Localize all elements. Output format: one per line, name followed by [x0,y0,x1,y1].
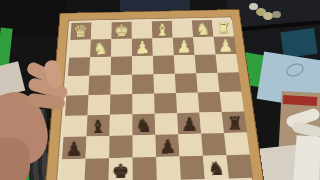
square-f7[interactable] [178,134,203,157]
board-margin: ♛♚♝♞♜♞♟♟♟♝♞♟♜♟♟♚♞ [56,17,254,180]
red-book [283,95,317,106]
square-h2[interactable]: ♟ [214,36,237,54]
square-h5[interactable] [220,91,244,112]
square-f4[interactable] [175,73,198,93]
black-pawn-piece[interactable]: ♟ [178,111,201,134]
square-g4[interactable] [196,73,219,93]
square-a1[interactable]: ♛ [70,23,91,40]
square-h4[interactable] [217,72,241,92]
square-a3[interactable] [68,57,90,76]
square-f5[interactable] [176,92,199,113]
black-knight-piece[interactable]: ♞ [204,154,228,179]
square-h8[interactable] [226,155,252,179]
square-a5[interactable] [65,95,88,116]
square-b6[interactable]: ♝ [87,115,110,137]
square-g7[interactable] [201,133,226,156]
square-e3[interactable] [153,55,175,74]
square-f6[interactable]: ♟ [177,113,201,135]
square-d5[interactable] [132,94,155,115]
board-frame: ♛♚♝♞♜♞♟♟♟♝♞♟♜♟♟♚♞ [44,9,266,180]
square-f3[interactable] [174,55,196,74]
white-knight-piece[interactable]: ♞ [90,36,111,57]
square-b3[interactable] [89,57,111,76]
square-d4[interactable] [132,74,154,94]
teal-object [280,28,317,58]
white-bishop-piece[interactable]: ♝ [152,18,173,39]
square-c3[interactable] [111,56,132,75]
square-d2[interactable]: ♟ [132,38,153,56]
square-f8[interactable] [180,156,205,180]
square-c5[interactable] [110,94,132,115]
square-c8[interactable]: ♚ [109,158,133,180]
square-b8[interactable] [84,158,109,180]
square-e1[interactable]: ♝ [152,21,173,38]
square-a6[interactable] [64,115,88,137]
coin [272,11,281,18]
square-h7[interactable] [224,133,250,156]
square-a7[interactable]: ♟ [62,137,87,160]
square-f2[interactable]: ♟ [173,37,195,55]
square-e4[interactable] [153,74,175,94]
black-pawn-piece[interactable]: ♟ [156,133,180,157]
white-knight-piece[interactable]: ♞ [193,17,214,38]
white-queen-piece[interactable]: ♛ [70,20,91,41]
square-c1[interactable]: ♚ [111,22,131,39]
square-b7[interactable] [86,136,110,159]
square-a4[interactable] [66,76,89,96]
receipt [293,135,320,180]
board-tilt: ♛♚♝♞♜♞♟♟♟♝♞♟♜♟♟♚♞ [44,9,266,180]
square-c2[interactable] [111,39,132,57]
black-rook-piece[interactable]: ♜ [223,110,246,133]
square-g2[interactable] [193,37,215,55]
square-c7[interactable] [109,135,133,158]
photo-scene: ♛♚♝♞♜♞♟♟♟♝♞♟♜♟♟♚♞ [0,0,320,180]
square-c4[interactable] [110,75,132,95]
square-h3[interactable] [216,54,239,73]
square-d7[interactable] [132,135,156,158]
square-g6[interactable] [199,112,224,134]
square-e5[interactable] [154,93,177,114]
square-d3[interactable] [132,56,153,75]
square-g8[interactable]: ♞ [203,155,229,179]
board-scene: ♛♚♝♞♜♞♟♟♟♝♞♟♜♟♟♚♞ [38,2,266,178]
black-knight-piece[interactable]: ♞ [132,112,155,135]
square-a8[interactable] [60,159,85,180]
square-b5[interactable] [87,95,110,116]
square-e8[interactable] [156,156,181,180]
square-g5[interactable] [198,92,222,113]
square-a2[interactable] [69,40,91,58]
square-e6[interactable] [155,113,179,135]
square-b2[interactable]: ♞ [90,39,111,57]
square-e2[interactable] [152,38,173,56]
square-d8[interactable] [133,157,157,180]
white-pawn-piece[interactable]: ♟ [132,35,153,56]
white-pawn-piece[interactable]: ♟ [215,33,236,54]
white-pawn-piece[interactable]: ♟ [173,34,194,55]
black-bishop-piece[interactable]: ♝ [86,113,109,136]
square-g1[interactable]: ♞ [192,20,214,37]
black-king-piece[interactable]: ♚ [108,157,133,180]
hand-wrist [0,138,30,180]
black-pawn-piece[interactable]: ♟ [62,135,86,159]
square-b4[interactable] [88,75,110,95]
square-c6[interactable] [110,114,133,136]
square-e7[interactable]: ♟ [155,134,179,157]
chess-board[interactable]: ♛♚♝♞♜♞♟♟♟♝♞♟♜♟♟♚♞ [60,20,248,180]
white-king-piece[interactable]: ♚ [111,19,132,40]
square-g3[interactable] [195,54,218,73]
square-d6[interactable]: ♞ [132,114,155,136]
square-h6[interactable]: ♜ [222,112,247,134]
